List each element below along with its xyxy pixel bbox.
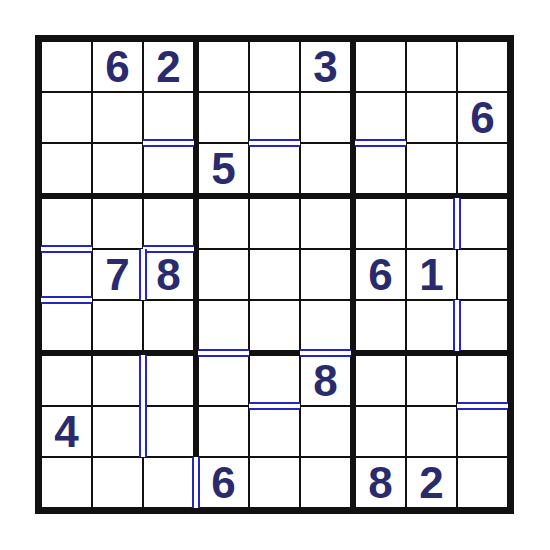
cell-r3c7[interactable]: [356, 144, 405, 193]
cell-r2c6[interactable]: [301, 93, 350, 142]
cell-r8c2[interactable]: [93, 407, 142, 456]
cell-r5c1[interactable]: [42, 250, 91, 299]
cell-r3c4[interactable]: 5: [199, 144, 248, 193]
cell-r4c9[interactable]: [458, 199, 507, 248]
given-digit: 3: [313, 45, 337, 89]
cell-r8c3[interactable]: [144, 407, 193, 456]
cell-r9c9[interactable]: [458, 458, 507, 507]
cell-r6c6[interactable]: [301, 301, 350, 350]
cell-r9c5[interactable]: [250, 458, 299, 507]
given-digit: 5: [211, 147, 235, 191]
cell-r1c8[interactable]: [407, 42, 456, 91]
cell-r7c5[interactable]: [250, 356, 299, 405]
cell-r4c2[interactable]: [93, 199, 142, 248]
cell-r6c8[interactable]: [407, 301, 456, 350]
cell-r7c1[interactable]: [42, 356, 91, 405]
cell-r6c3[interactable]: [144, 301, 193, 350]
given-digit: 6: [368, 253, 392, 297]
cell-r8c7[interactable]: [356, 407, 405, 456]
cell-r2c7[interactable]: [356, 93, 405, 142]
given-digit: 2: [156, 45, 180, 89]
cell-r7c6[interactable]: 8: [301, 356, 350, 405]
puzzle-page: 62365786184682: [0, 0, 550, 550]
cell-r7c7[interactable]: [356, 356, 405, 405]
cell-r3c5[interactable]: [250, 144, 299, 193]
sudoku-board: 62365786184682: [35, 35, 514, 514]
cell-r6c4[interactable]: [199, 301, 248, 350]
cell-r5c5[interactable]: [250, 250, 299, 299]
cell-r3c1[interactable]: [42, 144, 91, 193]
cell-r5c2[interactable]: 7: [93, 250, 142, 299]
cell-r9c1[interactable]: [42, 458, 91, 507]
cell-r2c2[interactable]: [93, 93, 142, 142]
cell-r6c5[interactable]: [250, 301, 299, 350]
cell-r1c7[interactable]: [356, 42, 405, 91]
cell-r9c3[interactable]: [144, 458, 193, 507]
given-digit: 1: [419, 253, 443, 297]
cell-r7c4[interactable]: [199, 356, 248, 405]
cell-r3c6[interactable]: [301, 144, 350, 193]
cell-r7c9[interactable]: [458, 356, 507, 405]
cell-r2c9[interactable]: 6: [458, 93, 507, 142]
cell-r5c9[interactable]: [458, 250, 507, 299]
cell-r7c8[interactable]: [407, 356, 456, 405]
cell-r4c6[interactable]: [301, 199, 350, 248]
cell-r7c2[interactable]: [93, 356, 142, 405]
cell-r2c3[interactable]: [144, 93, 193, 142]
cell-r2c1[interactable]: [42, 93, 91, 142]
cell-r4c3[interactable]: [144, 199, 193, 248]
cell-r6c7[interactable]: [356, 301, 405, 350]
cell-r8c4[interactable]: [199, 407, 248, 456]
given-digit: 2: [419, 461, 443, 505]
cell-r8c5[interactable]: [250, 407, 299, 456]
cell-r8c1[interactable]: 4: [42, 407, 91, 456]
cell-r1c1[interactable]: [42, 42, 91, 91]
cell-r4c4[interactable]: [199, 199, 248, 248]
cell-r9c7[interactable]: 8: [356, 458, 405, 507]
given-digit: 6: [105, 45, 129, 89]
cell-r2c8[interactable]: [407, 93, 456, 142]
cell-r8c8[interactable]: [407, 407, 456, 456]
cell-r4c8[interactable]: [407, 199, 456, 248]
given-digit: 6: [211, 461, 235, 505]
cell-r1c9[interactable]: [458, 42, 507, 91]
cell-r1c2[interactable]: 6: [93, 42, 142, 91]
cell-r2c4[interactable]: [199, 93, 248, 142]
cell-r3c3[interactable]: [144, 144, 193, 193]
cell-r5c8[interactable]: 1: [407, 250, 456, 299]
cell-r6c9[interactable]: [458, 301, 507, 350]
cell-r1c5[interactable]: [250, 42, 299, 91]
cell-r1c3[interactable]: 2: [144, 42, 193, 91]
cell-r5c6[interactable]: [301, 250, 350, 299]
cell-r9c2[interactable]: [93, 458, 142, 507]
cell-r9c8[interactable]: 2: [407, 458, 456, 507]
given-digit: 4: [54, 410, 78, 454]
cell-r1c4[interactable]: [199, 42, 248, 91]
cell-r1c6[interactable]: 3: [301, 42, 350, 91]
cell-r3c9[interactable]: [458, 144, 507, 193]
cell-r5c7[interactable]: 6: [356, 250, 405, 299]
cell-r3c2[interactable]: [93, 144, 142, 193]
given-digit: 7: [105, 253, 129, 297]
cell-r6c2[interactable]: [93, 301, 142, 350]
given-digit: 8: [313, 359, 337, 403]
cell-r9c6[interactable]: [301, 458, 350, 507]
given-digit: 8: [368, 461, 392, 505]
cell-r7c3[interactable]: [144, 356, 193, 405]
cell-r8c6[interactable]: [301, 407, 350, 456]
given-digit: 6: [470, 96, 494, 140]
cell-r6c1[interactable]: [42, 301, 91, 350]
given-digit: 8: [156, 253, 180, 297]
cell-r4c1[interactable]: [42, 199, 91, 248]
cell-r5c3[interactable]: 8: [144, 250, 193, 299]
cell-r4c7[interactable]: [356, 199, 405, 248]
cell-r2c5[interactable]: [250, 93, 299, 142]
cell-r3c8[interactable]: [407, 144, 456, 193]
cell-r4c5[interactable]: [250, 199, 299, 248]
cell-r5c4[interactable]: [199, 250, 248, 299]
cell-r9c4[interactable]: 6: [199, 458, 248, 507]
cell-r8c9[interactable]: [458, 407, 507, 456]
